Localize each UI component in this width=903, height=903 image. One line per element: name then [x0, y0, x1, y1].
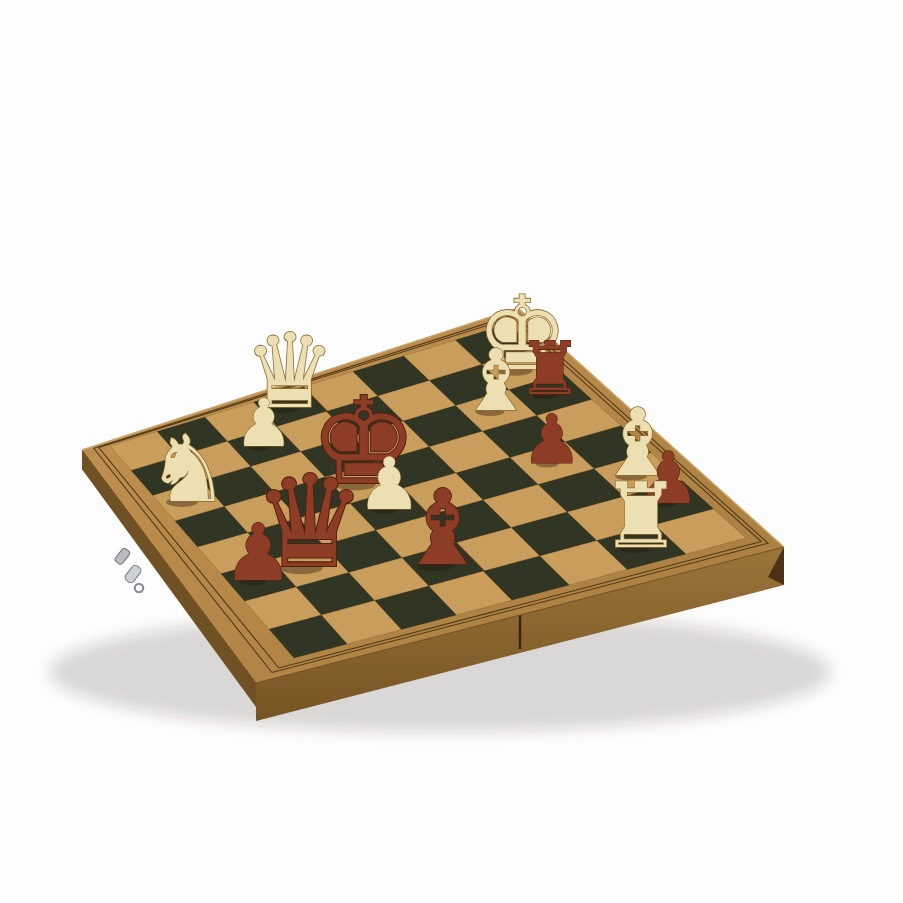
piece-white-knight-a3[interactable]: ♞ [147, 415, 230, 523]
piece-black-pawn-a6[interactable]: ♟ [223, 507, 293, 599]
chess-set-photo: ♚♜♛♝♟♟♝♚♞♟♟♜♝♛♟ [0, 0, 903, 903]
piece-black-bishop-d7[interactable]: ♝ [396, 467, 489, 589]
clasp-icon [114, 547, 143, 592]
chess-board-svg: ♚♜♛♝♟♟♝♚♞♟♟♜♝♛♟ [0, 0, 903, 903]
piece-black-pawn-g5[interactable]: ♟ [521, 400, 582, 479]
piece-white-rook-g8[interactable]: ♜ [601, 464, 682, 568]
